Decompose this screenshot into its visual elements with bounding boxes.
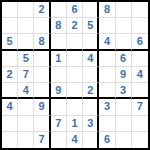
- cell-r8c3-empty[interactable]: [34, 116, 50, 132]
- cell-r7c3-given-9[interactable]: 9: [34, 99, 50, 115]
- given-digit: 2: [87, 85, 93, 96]
- given-digit: 7: [38, 134, 44, 145]
- given-digit: 4: [87, 53, 93, 64]
- given-digit: 5: [87, 20, 93, 31]
- cell-r1c2-empty[interactable]: [18, 2, 34, 18]
- cell-r2c8-empty[interactable]: [116, 18, 132, 34]
- cell-r4c4-given-1[interactable]: 1: [51, 51, 67, 67]
- cell-r1c3-given-2[interactable]: 2: [34, 2, 50, 18]
- given-digit: 5: [23, 53, 29, 64]
- cell-r4c9-empty[interactable]: [132, 51, 148, 67]
- cell-r8c5-given-1[interactable]: 1: [67, 116, 83, 132]
- given-digit: 9: [38, 101, 44, 112]
- cell-r2c1-empty[interactable]: [2, 18, 18, 34]
- cell-r2c7-empty[interactable]: [99, 18, 115, 34]
- cell-r4c1-empty[interactable]: [2, 51, 18, 67]
- cell-r1c8-empty[interactable]: [116, 2, 132, 18]
- cell-r1c5-given-6[interactable]: 6: [67, 2, 83, 18]
- cell-r8c6-given-3[interactable]: 3: [83, 116, 99, 132]
- cell-r5c1-given-2[interactable]: 2: [2, 67, 18, 83]
- cell-r3c8-empty[interactable]: [116, 34, 132, 50]
- given-digit: 7: [23, 69, 29, 80]
- given-digit: 8: [55, 20, 61, 31]
- sudoku-board: 26882558465146279449234937713746: [0, 0, 150, 150]
- cell-r6c1-empty[interactable]: [2, 83, 18, 99]
- cell-r9c7-given-6[interactable]: 6: [99, 132, 115, 148]
- cell-r3c3-given-8[interactable]: 8: [34, 34, 50, 50]
- cell-r6c8-given-3[interactable]: 3: [116, 83, 132, 99]
- given-digit: 7: [55, 118, 61, 129]
- given-digit: 3: [120, 85, 126, 96]
- cell-r7c4-empty[interactable]: [51, 99, 67, 115]
- cell-r7c1-given-4[interactable]: 4: [2, 99, 18, 115]
- cell-r5c6-empty[interactable]: [83, 67, 99, 83]
- cell-r4c6-given-4[interactable]: 4: [83, 51, 99, 67]
- cell-r9c6-empty[interactable]: [83, 132, 99, 148]
- given-digit: 4: [104, 36, 110, 47]
- cell-r6c9-empty[interactable]: [132, 83, 148, 99]
- given-digit: 4: [23, 85, 29, 96]
- cell-r1c7-given-8[interactable]: 8: [99, 2, 115, 18]
- cell-r3c4-empty[interactable]: [51, 34, 67, 50]
- given-digit: 8: [38, 36, 44, 47]
- given-digit: 3: [104, 101, 110, 112]
- cell-r8c7-empty[interactable]: [99, 116, 115, 132]
- cell-r1c9-empty[interactable]: [132, 2, 148, 18]
- cell-r3c2-empty[interactable]: [18, 34, 34, 50]
- cell-r4c7-empty[interactable]: [99, 51, 115, 67]
- cell-r6c6-given-2[interactable]: 2: [83, 83, 99, 99]
- cell-r1c1-empty[interactable]: [2, 2, 18, 18]
- cell-r7c9-given-7[interactable]: 7: [132, 99, 148, 115]
- cell-r9c2-empty[interactable]: [18, 132, 34, 148]
- cell-r2c2-empty[interactable]: [18, 18, 34, 34]
- cell-r4c3-empty[interactable]: [34, 51, 50, 67]
- cell-r7c7-given-3[interactable]: 3: [99, 99, 115, 115]
- given-digit: 6: [71, 4, 77, 15]
- given-digit: 2: [71, 20, 77, 31]
- given-digit: 6: [120, 53, 126, 64]
- cell-r9c5-given-4[interactable]: 4: [67, 132, 83, 148]
- cell-r4c5-empty[interactable]: [67, 51, 83, 67]
- cell-r7c5-empty[interactable]: [67, 99, 83, 115]
- cell-r6c4-given-9[interactable]: 9: [51, 83, 67, 99]
- cell-r6c7-empty[interactable]: [99, 83, 115, 99]
- given-digit: 8: [104, 4, 110, 15]
- cell-r5c9-given-4[interactable]: 4: [132, 67, 148, 83]
- cell-r8c2-empty[interactable]: [18, 116, 34, 132]
- given-digit: 2: [38, 4, 44, 15]
- given-digit: 1: [55, 53, 61, 64]
- cell-r5c5-empty[interactable]: [67, 67, 83, 83]
- cell-r5c3-empty[interactable]: [34, 67, 50, 83]
- cell-r9c1-empty[interactable]: [2, 132, 18, 148]
- cell-r3c7-given-4[interactable]: 4: [99, 34, 115, 50]
- given-digit: 9: [120, 69, 126, 80]
- cell-r5c2-given-7[interactable]: 7: [18, 67, 34, 83]
- given-digit: 7: [137, 101, 143, 112]
- cell-r5c7-empty[interactable]: [99, 67, 115, 83]
- cell-r8c1-empty[interactable]: [2, 116, 18, 132]
- cell-r9c9-empty[interactable]: [132, 132, 148, 148]
- cell-r7c2-empty[interactable]: [18, 99, 34, 115]
- given-digit: 3: [87, 118, 93, 129]
- cell-r3c1-given-5[interactable]: 5: [2, 34, 18, 50]
- cell-r2c4-given-8[interactable]: 8: [51, 18, 67, 34]
- cell-r6c3-empty[interactable]: [34, 83, 50, 99]
- cell-r5c8-given-9[interactable]: 9: [116, 67, 132, 83]
- cell-r2c3-empty[interactable]: [34, 18, 50, 34]
- cell-r2c5-given-2[interactable]: 2: [67, 18, 83, 34]
- cell-r8c9-empty[interactable]: [132, 116, 148, 132]
- cell-r3c9-given-6[interactable]: 6: [132, 34, 148, 50]
- cell-r8c8-empty[interactable]: [116, 116, 132, 132]
- cell-r3c6-empty[interactable]: [83, 34, 99, 50]
- cell-r8c4-given-7[interactable]: 7: [51, 116, 67, 132]
- given-digit: 9: [55, 85, 61, 96]
- cell-r1c6-empty[interactable]: [83, 2, 99, 18]
- cell-r1c4-empty[interactable]: [51, 2, 67, 18]
- cell-r3c5-empty[interactable]: [67, 34, 83, 50]
- cell-r7c8-empty[interactable]: [116, 99, 132, 115]
- cell-r5c4-empty[interactable]: [51, 67, 67, 83]
- given-digit: 4: [7, 101, 13, 112]
- cell-r9c3-given-7[interactable]: 7: [34, 132, 50, 148]
- given-digit: 5: [7, 36, 13, 47]
- cell-r2c6-given-5[interactable]: 5: [83, 18, 99, 34]
- given-digit: 6: [137, 36, 143, 47]
- cell-r9c4-empty[interactable]: [51, 132, 67, 148]
- cell-r6c5-empty[interactable]: [67, 83, 83, 99]
- given-digit: 4: [71, 134, 77, 145]
- cell-r6c2-given-4[interactable]: 4: [18, 83, 34, 99]
- cell-r2c9-empty[interactable]: [132, 18, 148, 34]
- cell-r9c8-empty[interactable]: [116, 132, 132, 148]
- given-digit: 6: [104, 134, 110, 145]
- given-digit: 4: [137, 69, 143, 80]
- given-digit: 2: [7, 69, 13, 80]
- given-digit: 1: [71, 118, 77, 129]
- cell-r4c2-given-5[interactable]: 5: [18, 51, 34, 67]
- cell-r4c8-given-6[interactable]: 6: [116, 51, 132, 67]
- cell-r7c6-empty[interactable]: [83, 99, 99, 115]
